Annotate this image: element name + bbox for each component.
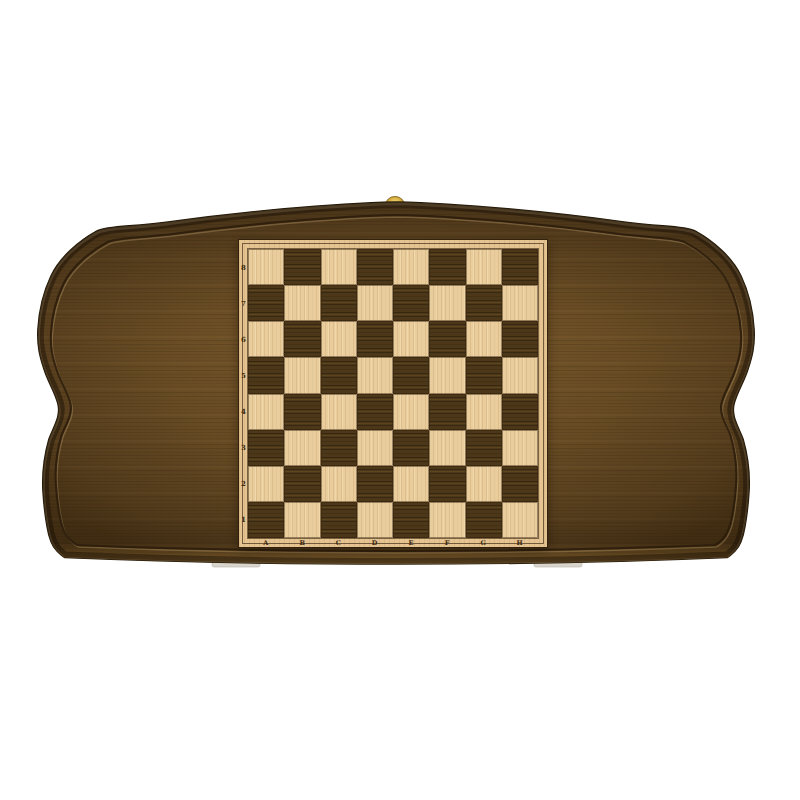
square-d6[interactable] xyxy=(357,321,393,357)
rank-label-5: 5 xyxy=(239,357,248,393)
rank-label-3: 3 xyxy=(239,430,248,466)
rank-label-2: 2 xyxy=(239,466,248,502)
rank-labels: 87654321 xyxy=(239,249,248,538)
square-g8[interactable] xyxy=(466,249,502,285)
square-a8[interactable] xyxy=(248,249,284,285)
square-e7[interactable] xyxy=(393,285,429,321)
square-c1[interactable] xyxy=(321,502,357,538)
square-g2[interactable] xyxy=(466,466,502,502)
file-label-c: C xyxy=(321,538,357,547)
square-b5[interactable] xyxy=(284,357,320,393)
rank-label-4: 4 xyxy=(239,394,248,430)
square-g3[interactable] xyxy=(466,430,502,466)
square-g1[interactable] xyxy=(466,502,502,538)
square-h3[interactable] xyxy=(502,430,538,466)
square-b6[interactable] xyxy=(284,321,320,357)
square-e3[interactable] xyxy=(393,430,429,466)
square-d7[interactable] xyxy=(357,285,393,321)
square-a5[interactable] xyxy=(248,357,284,393)
rank-label-8: 8 xyxy=(239,249,248,285)
square-a6[interactable] xyxy=(248,321,284,357)
square-h8[interactable] xyxy=(502,249,538,285)
square-b1[interactable] xyxy=(284,502,320,538)
square-e8[interactable] xyxy=(393,249,429,285)
square-g5[interactable] xyxy=(466,357,502,393)
square-f1[interactable] xyxy=(429,502,465,538)
file-label-f: F xyxy=(429,538,465,547)
square-g4[interactable] xyxy=(466,394,502,430)
square-a1[interactable] xyxy=(248,502,284,538)
square-g7[interactable] xyxy=(466,285,502,321)
file-label-a: A xyxy=(248,538,284,547)
square-c2[interactable] xyxy=(321,466,357,502)
file-label-d: D xyxy=(357,538,393,547)
rank-label-7: 7 xyxy=(239,285,248,321)
square-b3[interactable] xyxy=(284,430,320,466)
square-e1[interactable] xyxy=(393,502,429,538)
square-c6[interactable] xyxy=(321,321,357,357)
square-d4[interactable] xyxy=(357,394,393,430)
square-d5[interactable] xyxy=(357,357,393,393)
square-h4[interactable] xyxy=(502,394,538,430)
square-c4[interactable] xyxy=(321,394,357,430)
file-label-h: H xyxy=(502,538,538,547)
file-label-g: G xyxy=(466,538,502,547)
square-h2[interactable] xyxy=(502,466,538,502)
square-c5[interactable] xyxy=(321,357,357,393)
square-h6[interactable] xyxy=(502,321,538,357)
square-e5[interactable] xyxy=(393,357,429,393)
square-a4[interactable] xyxy=(248,394,284,430)
square-d3[interactable] xyxy=(357,430,393,466)
square-f2[interactable] xyxy=(429,466,465,502)
square-f8[interactable] xyxy=(429,249,465,285)
square-e4[interactable] xyxy=(393,394,429,430)
square-h5[interactable] xyxy=(502,357,538,393)
square-f4[interactable] xyxy=(429,394,465,430)
square-f3[interactable] xyxy=(429,430,465,466)
square-a2[interactable] xyxy=(248,466,284,502)
file-label-e: E xyxy=(393,538,429,547)
file-labels: ABCDEFGH xyxy=(248,538,538,547)
square-a7[interactable] xyxy=(248,285,284,321)
square-d2[interactable] xyxy=(357,466,393,502)
board-grid xyxy=(248,249,538,538)
square-e2[interactable] xyxy=(393,466,429,502)
square-b8[interactable] xyxy=(284,249,320,285)
square-c8[interactable] xyxy=(321,249,357,285)
square-f5[interactable] xyxy=(429,357,465,393)
product-photo-background: 87654321 ABCDEFGH xyxy=(0,0,800,800)
rank-label-6: 6 xyxy=(239,321,248,357)
chess-board: 87654321 ABCDEFGH xyxy=(239,240,547,547)
square-f6[interactable] xyxy=(429,321,465,357)
square-d1[interactable] xyxy=(357,502,393,538)
square-h7[interactable] xyxy=(502,285,538,321)
square-c3[interactable] xyxy=(321,430,357,466)
square-e6[interactable] xyxy=(393,321,429,357)
file-label-b: B xyxy=(284,538,320,547)
square-b4[interactable] xyxy=(284,394,320,430)
square-b7[interactable] xyxy=(284,285,320,321)
square-a3[interactable] xyxy=(248,430,284,466)
square-f7[interactable] xyxy=(429,285,465,321)
square-b2[interactable] xyxy=(284,466,320,502)
square-d8[interactable] xyxy=(357,249,393,285)
square-g6[interactable] xyxy=(466,321,502,357)
rank-label-1: 1 xyxy=(239,502,248,538)
square-h1[interactable] xyxy=(502,502,538,538)
square-c7[interactable] xyxy=(321,285,357,321)
